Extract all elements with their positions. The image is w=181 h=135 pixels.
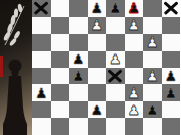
x-marker (162, 0, 181, 17)
black-pawn[interactable]: ♟ (109, 1, 122, 15)
square-g5[interactable] (143, 51, 162, 68)
square-a6[interactable] (32, 34, 51, 51)
square-g8[interactable] (143, 0, 162, 17)
square-d6[interactable] (88, 34, 107, 51)
sidebar-photo (0, 0, 32, 135)
square-e2[interactable] (106, 101, 125, 118)
white-pawn[interactable]: ♟ (127, 103, 140, 117)
square-a7[interactable] (32, 17, 51, 34)
square-b5[interactable] (51, 51, 70, 68)
square-g6[interactable]: ♟ (143, 34, 162, 51)
square-d1[interactable] (88, 118, 107, 135)
square-f4[interactable] (125, 68, 144, 85)
square-b8[interactable] (51, 0, 70, 17)
square-e5[interactable]: ♟ (106, 51, 125, 68)
square-a1[interactable] (32, 118, 51, 135)
square-a8[interactable] (32, 0, 51, 17)
white-pawn[interactable]: ♟ (146, 69, 159, 83)
square-f8[interactable]: ♟ (125, 0, 144, 17)
square-a2[interactable] (32, 101, 51, 118)
square-c3[interactable] (69, 84, 88, 101)
square-h4[interactable]: ♟ (162, 68, 181, 85)
x-marker (32, 0, 51, 17)
square-e8[interactable]: ♟ (106, 0, 125, 17)
square-d2[interactable]: ♟ (88, 101, 107, 118)
red-accent-stripe (0, 56, 3, 77)
square-b1[interactable] (51, 118, 70, 135)
square-h3[interactable]: ♟ (162, 84, 181, 101)
square-f5[interactable] (125, 51, 144, 68)
square-f1[interactable] (125, 118, 144, 135)
black-pawn[interactable]: ♟ (72, 52, 85, 66)
black-pawn[interactable]: ♟ (35, 86, 48, 100)
black-pawn[interactable]: ♟ (90, 103, 103, 117)
square-h8[interactable] (162, 0, 181, 17)
app-window: ♟♟♟♟♟♟♟♟♟♟♟♟♟♟♟♟♟ (0, 0, 180, 135)
square-a5[interactable] (32, 51, 51, 68)
square-a4[interactable] (32, 68, 51, 85)
black-pawn[interactable]: ♟ (164, 69, 177, 83)
square-f2[interactable]: ♟ (125, 101, 144, 118)
square-b3[interactable] (51, 84, 70, 101)
black-pawn[interactable]: ♟ (127, 1, 140, 15)
square-e1[interactable] (106, 118, 125, 135)
square-g4[interactable]: ♟ (143, 68, 162, 85)
square-d4[interactable] (88, 68, 107, 85)
pawn-silhouette (0, 0, 32, 135)
square-c4[interactable]: ♟ (69, 68, 88, 85)
square-g3[interactable] (143, 84, 162, 101)
square-h5[interactable] (162, 51, 181, 68)
square-e6[interactable] (106, 34, 125, 51)
square-d7[interactable]: ♟ (88, 17, 107, 34)
square-c8[interactable] (69, 0, 88, 17)
white-pawn[interactable]: ♟ (127, 86, 140, 100)
square-e7[interactable] (106, 17, 125, 34)
square-c2[interactable] (69, 101, 88, 118)
square-g2[interactable]: ♟ (143, 101, 162, 118)
square-h7[interactable] (162, 17, 181, 34)
square-f7[interactable]: ♟ (125, 17, 144, 34)
square-g7[interactable] (143, 17, 162, 34)
black-pawn[interactable]: ♟ (164, 86, 177, 100)
square-c1[interactable] (69, 118, 88, 135)
square-d5[interactable] (88, 51, 107, 68)
square-b2[interactable] (51, 101, 70, 118)
square-g1[interactable] (143, 118, 162, 135)
square-a3[interactable]: ♟ (32, 84, 51, 101)
square-b7[interactable] (51, 17, 70, 34)
black-pawn[interactable]: ♟ (72, 69, 85, 83)
square-b6[interactable] (51, 34, 70, 51)
x-marker (106, 68, 125, 85)
square-f3[interactable]: ♟ (125, 84, 144, 101)
white-pawn[interactable]: ♟ (127, 18, 140, 32)
black-pawn[interactable]: ♟ (146, 103, 159, 117)
white-pawn[interactable]: ♟ (146, 35, 159, 49)
square-d8[interactable]: ♟ (88, 0, 107, 17)
square-h2[interactable] (162, 101, 181, 118)
square-d3[interactable] (88, 84, 107, 101)
white-pawn[interactable]: ♟ (90, 18, 103, 32)
chess-board: ♟♟♟♟♟♟♟♟♟♟♟♟♟♟♟♟♟ (32, 0, 180, 135)
square-h6[interactable] (162, 34, 181, 51)
square-f6[interactable] (125, 34, 144, 51)
square-e3[interactable] (106, 84, 125, 101)
square-b4[interactable] (51, 68, 70, 85)
black-pawn[interactable]: ♟ (90, 1, 103, 15)
square-c6[interactable] (69, 34, 88, 51)
square-c7[interactable] (69, 17, 88, 34)
white-pawn[interactable]: ♟ (109, 52, 122, 66)
square-e4[interactable] (106, 68, 125, 85)
square-c5[interactable]: ♟ (69, 51, 88, 68)
square-h1[interactable] (162, 118, 181, 135)
